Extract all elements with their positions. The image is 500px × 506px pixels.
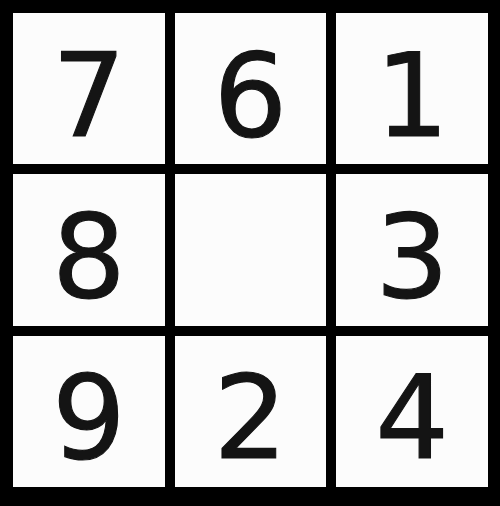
cell-value-r3c1: 9 bbox=[52, 360, 126, 476]
cell-r3c2[interactable]: 2 bbox=[175, 336, 327, 487]
puzzle-screenshot: 7 6 1 8 3 9 2 4 bbox=[0, 0, 500, 506]
number-grid-board: 7 6 1 8 3 9 2 4 bbox=[13, 13, 488, 487]
cell-value-r1c3: 1 bbox=[375, 38, 449, 154]
cell-r2c2-empty[interactable] bbox=[175, 174, 327, 325]
cell-value-r2c3: 3 bbox=[375, 199, 449, 315]
cell-r1c2[interactable]: 6 bbox=[175, 13, 327, 164]
cell-value-r3c2: 2 bbox=[214, 360, 288, 476]
cell-r3c3[interactable]: 4 bbox=[336, 336, 488, 487]
cell-value-r1c1: 7 bbox=[52, 38, 126, 154]
cell-r1c3[interactable]: 1 bbox=[336, 13, 488, 164]
cell-value-r1c2: 6 bbox=[214, 38, 288, 154]
cell-r2c3[interactable]: 3 bbox=[336, 174, 488, 325]
cell-r1c1[interactable]: 7 bbox=[13, 13, 165, 164]
cell-r3c1[interactable]: 9 bbox=[13, 336, 165, 487]
cell-value-r2c1: 8 bbox=[52, 199, 126, 315]
cell-r2c1[interactable]: 8 bbox=[13, 174, 165, 325]
cell-value-r3c3: 4 bbox=[375, 360, 449, 476]
